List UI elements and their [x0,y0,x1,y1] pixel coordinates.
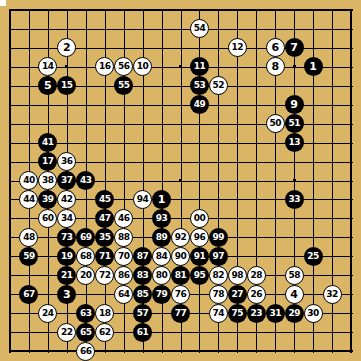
stone-d8-move-34: 34 [57,209,76,228]
stone-g5-move-86: 86 [114,266,133,285]
stone-g4-move-64: 64 [114,285,133,304]
stone-c11-move-17: 17 [38,152,57,171]
stone-f3-move-18: 18 [95,304,114,323]
stone-c9-move-39: 39 [38,190,57,209]
stone-g16-move-56: 56 [114,57,133,76]
stone-j7-move-89: 89 [152,228,171,247]
stone-l14-move-49: 49 [190,95,209,114]
star-point [65,65,68,68]
stone-b7-move-48: 48 [19,228,38,247]
stone-m3-move-74: 74 [209,304,228,323]
stone-n3-move-75: 75 [228,304,247,323]
star-point [179,65,182,68]
grid-line-horizontal [9,350,353,352]
stone-q3-move-29: 29 [285,304,304,323]
stone-d15-move-15: 15 [57,76,76,95]
stone-k6-move-90: 90 [171,247,190,266]
stone-k4-move-76: 76 [171,285,190,304]
stone-f9-move-45: 45 [95,190,114,209]
stone-j8-move-93: 93 [152,209,171,228]
stone-q9-move-33: 33 [285,190,304,209]
stone-j5-move-80: 80 [152,266,171,285]
stone-g15-move-55: 55 [114,76,133,95]
stone-d2-move-22: 22 [57,323,76,342]
stone-b6-move-59: 59 [19,247,38,266]
stone-f16-move-16: 16 [95,57,114,76]
stone-f6-move-71: 71 [95,247,114,266]
stone-f2-move-62: 62 [95,323,114,342]
stone-h6-move-87: 87 [133,247,152,266]
stone-h2-move-61: 61 [133,323,152,342]
stone-s4-move-32: 32 [323,285,342,304]
stone-n4-move-27: 27 [228,285,247,304]
stone-l6-move-91: 91 [190,247,209,266]
stone-c15-move-5: 5 [38,76,57,95]
stone-e2-move-65: 65 [76,323,95,342]
stone-m5-move-82: 82 [209,266,228,285]
stone-c12-move-41: 41 [38,133,57,152]
stone-d6-move-19: 19 [57,247,76,266]
stone-j9-move-101: 1 [152,190,171,209]
stone-q12-move-13: 13 [285,133,304,152]
star-point [293,179,296,182]
stone-o5-move-28: 28 [247,266,266,285]
stone-d7-move-73: 73 [57,228,76,247]
stone-h3-move-57: 57 [133,304,152,323]
stone-f8-move-47: 47 [95,209,114,228]
stone-c10-move-38: 38 [38,171,57,190]
stone-e10-move-43: 43 [76,171,95,190]
stone-h9-move-94: 94 [133,190,152,209]
stone-b9-move-44: 44 [19,190,38,209]
stone-h16-move-10: 10 [133,57,152,76]
stone-g8-move-46: 46 [114,209,133,228]
stone-d5-move-21: 21 [57,266,76,285]
stone-l5-move-95: 95 [190,266,209,285]
stone-j6-move-84: 84 [152,247,171,266]
stone-n5-move-98: 98 [228,266,247,285]
stone-e5-move-20: 20 [76,266,95,285]
stone-g6-move-70: 70 [114,247,133,266]
stone-p13-move-50: 50 [266,114,285,133]
stone-q5-move-58: 58 [285,266,304,285]
stone-m4-move-78: 78 [209,285,228,304]
grid-line-vertical [350,9,352,353]
stone-k5-move-81: 81 [171,266,190,285]
stone-c3-move-24: 24 [38,304,57,323]
go-board[interactable]: 1234567891011121314151617181920212223242… [0,0,361,361]
stone-k3-move-77: 77 [171,304,190,323]
stone-f5-move-72: 72 [95,266,114,285]
stone-e6-move-68: 68 [76,247,95,266]
stone-b4-move-67: 67 [19,285,38,304]
stone-d9-move-42: 42 [57,190,76,209]
stone-p3-move-31: 31 [266,304,285,323]
stone-d11-move-36: 36 [57,152,76,171]
stone-e7-move-69: 69 [76,228,95,247]
stone-o3-move-23: 23 [247,304,266,323]
corner-artifact [0,0,6,6]
stone-l7-move-96: 96 [190,228,209,247]
stone-j4-move-79: 79 [152,285,171,304]
stone-l8-move-100: 00 [190,209,209,228]
stone-r16-move-1: 1 [304,57,323,76]
stone-e3-move-63: 63 [76,304,95,323]
stone-d17-move-2: 2 [57,38,76,57]
stone-b10-move-40: 40 [19,171,38,190]
stone-h4-move-85: 85 [133,285,152,304]
go-diagram: 1234567891011121314151617181920212223242… [0,0,361,361]
stone-c8-move-60: 60 [38,209,57,228]
stone-g7-move-88: 88 [114,228,133,247]
stone-h5-move-83: 83 [133,266,152,285]
stone-n17-move-12: 12 [228,38,247,57]
stone-d10-move-37: 37 [57,171,76,190]
stone-p16-move-8: 8 [266,57,285,76]
stone-m15-move-52: 52 [209,76,228,95]
stone-l16-move-11: 11 [190,57,209,76]
stone-l15-move-53: 53 [190,76,209,95]
stone-m6-move-97: 97 [209,247,228,266]
stone-k7-move-92: 92 [171,228,190,247]
star-point [179,179,182,182]
stone-q17-move-7: 7 [285,38,304,57]
stone-q13-move-51: 51 [285,114,304,133]
stone-d4-move-3: 3 [57,285,76,304]
stone-p17-move-6: 6 [266,38,285,57]
stone-q14-move-9: 9 [285,95,304,114]
stone-c16-move-14: 14 [38,57,57,76]
stone-q4-move-4: 4 [285,285,304,304]
stone-r6-move-25: 25 [304,247,323,266]
stone-o4-move-26: 26 [247,285,266,304]
stone-r3-move-30: 30 [304,304,323,323]
stone-m7-move-99: 99 [209,228,228,247]
stone-l18-move-54: 54 [190,19,209,38]
stone-e1-move-66: 66 [76,342,95,361]
star-point [293,65,296,68]
stone-f7-move-35: 35 [95,228,114,247]
